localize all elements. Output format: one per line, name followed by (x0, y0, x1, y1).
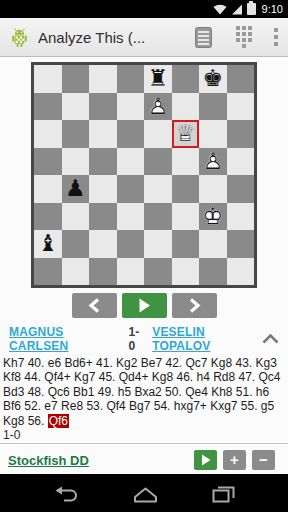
home-icon[interactable] (133, 486, 158, 503)
piece-bK-g8: ♚ (199, 65, 227, 93)
square-c3[interactable] (89, 203, 117, 231)
overflow-menu-icon[interactable] (274, 28, 278, 46)
piece-wP-g5: ♙ (199, 148, 227, 176)
prev-move-button[interactable] (72, 293, 117, 318)
piece-wQ-f6: ♕ (172, 120, 200, 148)
square-h7[interactable] (227, 93, 255, 121)
square-h1[interactable] (227, 258, 255, 286)
square-d3[interactable] (117, 203, 145, 231)
piece-wP-e7: ♙ (144, 93, 172, 121)
square-f4[interactable] (172, 175, 200, 203)
android-nav-bar (0, 474, 288, 512)
square-f2[interactable] (172, 230, 200, 258)
players-row: MAGNUS CARLSEN 1-0 VESELIN TOPALOV (0, 325, 288, 353)
status-bar: 9:10 (0, 0, 288, 18)
square-a6[interactable] (34, 120, 62, 148)
move-nav-row (0, 293, 288, 318)
square-c5[interactable] (89, 148, 117, 176)
piece-wQ-f6-fill: ♛ (172, 120, 200, 148)
square-e1[interactable] (144, 258, 172, 286)
square-a3[interactable] (34, 203, 62, 231)
square-c4[interactable] (89, 175, 117, 203)
square-a1[interactable] (34, 258, 62, 286)
square-c6[interactable] (89, 120, 117, 148)
piece-bP-b4: ♟ (62, 175, 90, 203)
square-c7[interactable] (89, 93, 117, 121)
square-b2[interactable] (62, 230, 90, 258)
piece-bR-e8: ♜ (144, 65, 172, 93)
engine-row: Stockfish DD + − (0, 444, 288, 474)
square-h5[interactable] (227, 148, 255, 176)
square-g6[interactable] (199, 120, 227, 148)
square-b6[interactable] (62, 120, 90, 148)
piece-wK-g3: ♔ (199, 203, 227, 231)
square-c2[interactable] (89, 230, 117, 258)
square-d8[interactable] (117, 65, 145, 93)
recents-icon[interactable] (211, 486, 236, 503)
square-a2[interactable]: ♝ (34, 230, 62, 258)
piece-bB-a2: ♝ (34, 230, 62, 258)
square-b8[interactable] (62, 65, 90, 93)
square-g1[interactable] (199, 258, 227, 286)
square-a8[interactable] (34, 65, 62, 93)
moves-text: Kh7 40. e6 Bd6+ 41. Kg2 Be7 42. Qc7 Kg8 … (3, 356, 281, 428)
action-bar: Analyze This (... (0, 18, 288, 57)
square-g4[interactable] (199, 175, 227, 203)
android-chess-robot-icon (8, 26, 31, 49)
square-d1[interactable] (117, 258, 145, 286)
square-e8[interactable]: ♜ (144, 65, 172, 93)
phone-screen: 9:10 Ana (0, 0, 288, 512)
square-d2[interactable] (117, 230, 145, 258)
square-e3[interactable] (144, 203, 172, 231)
engine-start-button[interactable] (194, 450, 217, 470)
square-g5[interactable]: ♟♙ (199, 148, 227, 176)
engine-play-icon (201, 454, 211, 466)
square-e7[interactable]: ♟♙ (144, 93, 172, 121)
engine-name-link[interactable]: Stockfish DD (8, 453, 89, 468)
chevron-left-icon (88, 298, 101, 313)
game-result: 1-0 (129, 325, 146, 353)
engine-minus-button[interactable]: − (252, 450, 275, 470)
square-f8[interactable] (172, 65, 200, 93)
square-a7[interactable] (34, 93, 62, 121)
square-g7[interactable] (199, 93, 227, 121)
collapse-chevron-up-icon[interactable] (262, 334, 279, 344)
square-b5[interactable] (62, 148, 90, 176)
chess-board: ♜♚♟♙♛♕♟♙♟♚♔♝ (31, 62, 257, 288)
white-player-link[interactable]: MAGNUS CARLSEN (9, 325, 122, 353)
square-b3[interactable] (62, 203, 90, 231)
piece-wP-e7-fill: ♟ (144, 93, 172, 121)
wifi-icon (213, 4, 227, 15)
square-b4[interactable]: ♟ (62, 175, 90, 203)
square-e4[interactable] (144, 175, 172, 203)
square-a4[interactable] (34, 175, 62, 203)
signal-icon (231, 4, 243, 15)
square-h4[interactable] (227, 175, 255, 203)
square-d4[interactable] (117, 175, 145, 203)
moves-list-icon[interactable] (195, 27, 212, 48)
black-player-link[interactable]: VESELIN TOPALOV (152, 325, 262, 353)
square-g8[interactable]: ♚ (199, 65, 227, 93)
battery-icon (247, 3, 256, 15)
square-d6[interactable] (117, 120, 145, 148)
square-f5[interactable] (172, 148, 200, 176)
next-move-button[interactable] (172, 293, 217, 318)
engine-plus-button[interactable]: + (223, 450, 246, 470)
status-time: 9:10 (262, 3, 283, 15)
square-d7[interactable] (117, 93, 145, 121)
square-c1[interactable] (89, 258, 117, 286)
play-icon (138, 298, 151, 313)
piece-wP-g5-fill: ♟ (199, 148, 227, 176)
square-b1[interactable] (62, 258, 90, 286)
result-line: 1-0 (0, 428, 288, 442)
square-c8[interactable] (89, 65, 117, 93)
square-f6[interactable]: ♛♕ (172, 120, 200, 148)
square-g2[interactable] (199, 230, 227, 258)
piece-wK-g3-fill: ♚ (199, 203, 227, 231)
square-e6[interactable] (144, 120, 172, 148)
square-d5[interactable] (117, 148, 145, 176)
board-area: ♜♚♟♙♛♕♟♙♟♚♔♝ (0, 57, 288, 292)
square-g3[interactable]: ♚♔ (199, 203, 227, 231)
dialpad-grid-icon[interactable] (236, 26, 252, 48)
square-h8[interactable] (227, 65, 255, 93)
square-a5[interactable] (34, 148, 62, 176)
square-b7[interactable] (62, 93, 90, 121)
square-h2[interactable] (227, 230, 255, 258)
square-e5[interactable] (144, 148, 172, 176)
square-f3[interactable] (172, 203, 200, 231)
square-f1[interactable] (172, 258, 200, 286)
autoplay-button[interactable] (122, 293, 167, 318)
move-list[interactable]: Kh7 40. e6 Bd6+ 41. Kg2 Be7 42. Qc7 Kg8 … (0, 353, 288, 428)
app-title: Analyze This (... (38, 29, 171, 46)
chevron-right-icon (188, 298, 201, 313)
square-f7[interactable] (172, 93, 200, 121)
square-h3[interactable] (227, 203, 255, 231)
back-icon[interactable] (52, 485, 79, 504)
square-h6[interactable] (227, 120, 255, 148)
square-e2[interactable] (144, 230, 172, 258)
current-move-highlight[interactable]: Qf6 (48, 414, 69, 428)
